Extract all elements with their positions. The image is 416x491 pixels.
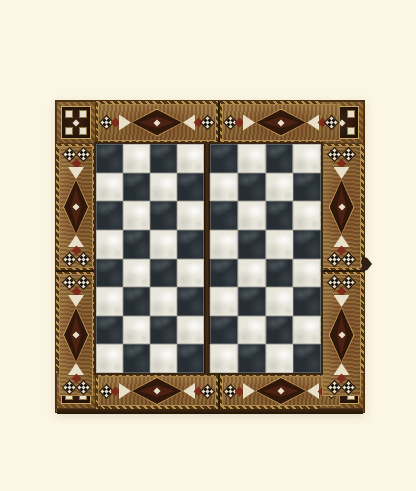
square-a8	[96, 144, 123, 173]
square-e1	[210, 344, 238, 373]
red-accent-inlay	[337, 287, 347, 297]
frame-panel	[98, 376, 216, 406]
square-e8	[210, 144, 238, 173]
checkered-rosette-icon	[341, 252, 357, 268]
panel-seam	[218, 373, 220, 409]
ivory-triangle-inlay	[119, 115, 131, 131]
checkered-rosette-pair	[329, 254, 354, 265]
square-f2	[238, 316, 266, 345]
square-f7	[238, 173, 266, 202]
red-accent-inlay	[111, 118, 121, 128]
square-a6	[96, 201, 123, 230]
frame-edge-left	[56, 144, 96, 373]
square-d5	[177, 230, 204, 259]
square-h3	[293, 287, 321, 316]
square-f4	[238, 259, 266, 288]
ivory-triangle-inlay	[68, 295, 84, 307]
checkered-rosette-icon	[200, 115, 216, 131]
square-b6	[123, 201, 150, 230]
field-right-half	[210, 144, 321, 373]
panel-seam	[56, 270, 96, 272]
ivory-triangle-inlay	[334, 295, 350, 307]
square-g3	[266, 287, 294, 316]
diamond-medallion-inlay	[329, 307, 355, 363]
frame-edge-top	[96, 101, 321, 144]
square-h5	[293, 230, 321, 259]
red-accent-inlay	[337, 159, 347, 169]
field-left-half	[96, 144, 204, 373]
square-f3	[238, 287, 266, 316]
square-c7	[150, 173, 177, 202]
square-b3	[123, 287, 150, 316]
diamond-medallion-inlay	[255, 109, 307, 137]
square-c5	[150, 230, 177, 259]
square-g1	[266, 344, 294, 373]
square-d6	[177, 201, 204, 230]
diamond-medallion-inlay	[131, 377, 183, 405]
diamond-medallion-inlay	[63, 307, 89, 363]
square-b7	[123, 173, 150, 202]
corner-square-inlay	[79, 127, 87, 135]
square-f5	[238, 230, 266, 259]
square-c1	[150, 344, 177, 373]
corner-square-inlay	[65, 110, 73, 118]
square-c4	[150, 259, 177, 288]
checkered-rosette-pair	[329, 382, 354, 393]
square-g8	[266, 144, 294, 173]
red-accent-inlay	[235, 386, 245, 396]
corner-square-inlay	[347, 110, 355, 118]
square-b8	[123, 144, 150, 173]
frame-panel	[59, 146, 93, 268]
square-g2	[266, 316, 294, 345]
square-e2	[210, 316, 238, 345]
square-f6	[238, 201, 266, 230]
diamond-medallion-inlay	[329, 179, 355, 235]
square-d2	[177, 316, 204, 345]
square-a5	[96, 230, 123, 259]
square-a7	[96, 173, 123, 202]
square-c3	[150, 287, 177, 316]
diamond-medallion-inlay	[255, 377, 307, 405]
center-dot-inlay	[72, 119, 79, 126]
square-h4	[293, 259, 321, 288]
diamond-medallion-inlay	[63, 179, 89, 235]
frame-panel	[322, 146, 361, 268]
frame-edge-right	[319, 144, 364, 373]
square-a3	[96, 287, 123, 316]
corner-square-inlay	[65, 127, 73, 135]
square-b2	[123, 316, 150, 345]
playing-field	[96, 144, 321, 373]
checkered-rosette-icon	[324, 115, 340, 131]
ivory-triangle-inlay	[243, 383, 255, 399]
square-b4	[123, 259, 150, 288]
square-a4	[96, 259, 123, 288]
red-accent-inlay	[71, 159, 81, 169]
square-d4	[177, 259, 204, 288]
square-a2	[96, 316, 123, 345]
corner-square-inlay	[79, 110, 87, 118]
square-e7	[210, 173, 238, 202]
square-e6	[210, 201, 238, 230]
corner-square-inlay	[347, 127, 355, 135]
chess-board	[55, 100, 365, 413]
ivory-triangle-inlay	[119, 383, 131, 399]
checkered-rosette-icon	[200, 383, 216, 399]
ivory-triangle-inlay	[334, 167, 350, 179]
square-f1	[238, 344, 266, 373]
square-e4	[210, 259, 238, 288]
red-accent-inlay	[111, 386, 121, 396]
square-b5	[123, 230, 150, 259]
square-g5	[266, 230, 294, 259]
frame-panel	[322, 274, 361, 396]
square-e5	[210, 230, 238, 259]
panel-seam	[319, 270, 364, 272]
square-g6	[266, 201, 294, 230]
frame-panel	[222, 104, 340, 141]
frame-panel	[59, 274, 93, 396]
square-h1	[293, 344, 321, 373]
square-b1	[123, 344, 150, 373]
square-d1	[177, 344, 204, 373]
square-d3	[177, 287, 204, 316]
photo-background	[0, 0, 416, 491]
panel-seam	[218, 101, 220, 144]
square-h7	[293, 173, 321, 202]
square-h6	[293, 201, 321, 230]
square-f8	[238, 144, 266, 173]
checkered-rosette-icon	[341, 380, 357, 396]
square-e3	[210, 287, 238, 316]
diamond-medallion-inlay	[131, 109, 183, 137]
corner-inlay-panel	[61, 106, 91, 139]
square-d7	[177, 173, 204, 202]
square-d8	[177, 144, 204, 173]
board-bottom-edge	[57, 409, 363, 414]
ivory-triangle-inlay	[243, 115, 255, 131]
square-h8	[293, 144, 321, 173]
square-c6	[150, 201, 177, 230]
square-h2	[293, 316, 321, 345]
square-a1	[96, 344, 123, 373]
square-g4	[266, 259, 294, 288]
red-accent-inlay	[235, 118, 245, 128]
red-accent-inlay	[71, 287, 81, 297]
ivory-triangle-inlay	[68, 167, 84, 179]
square-c8	[150, 144, 177, 173]
frame-corner-top-left	[56, 101, 96, 144]
square-c2	[150, 316, 177, 345]
clasp-latch	[362, 256, 372, 272]
square-g7	[266, 173, 294, 202]
frame-edge-bottom	[96, 373, 321, 409]
frame-panel	[98, 104, 216, 141]
